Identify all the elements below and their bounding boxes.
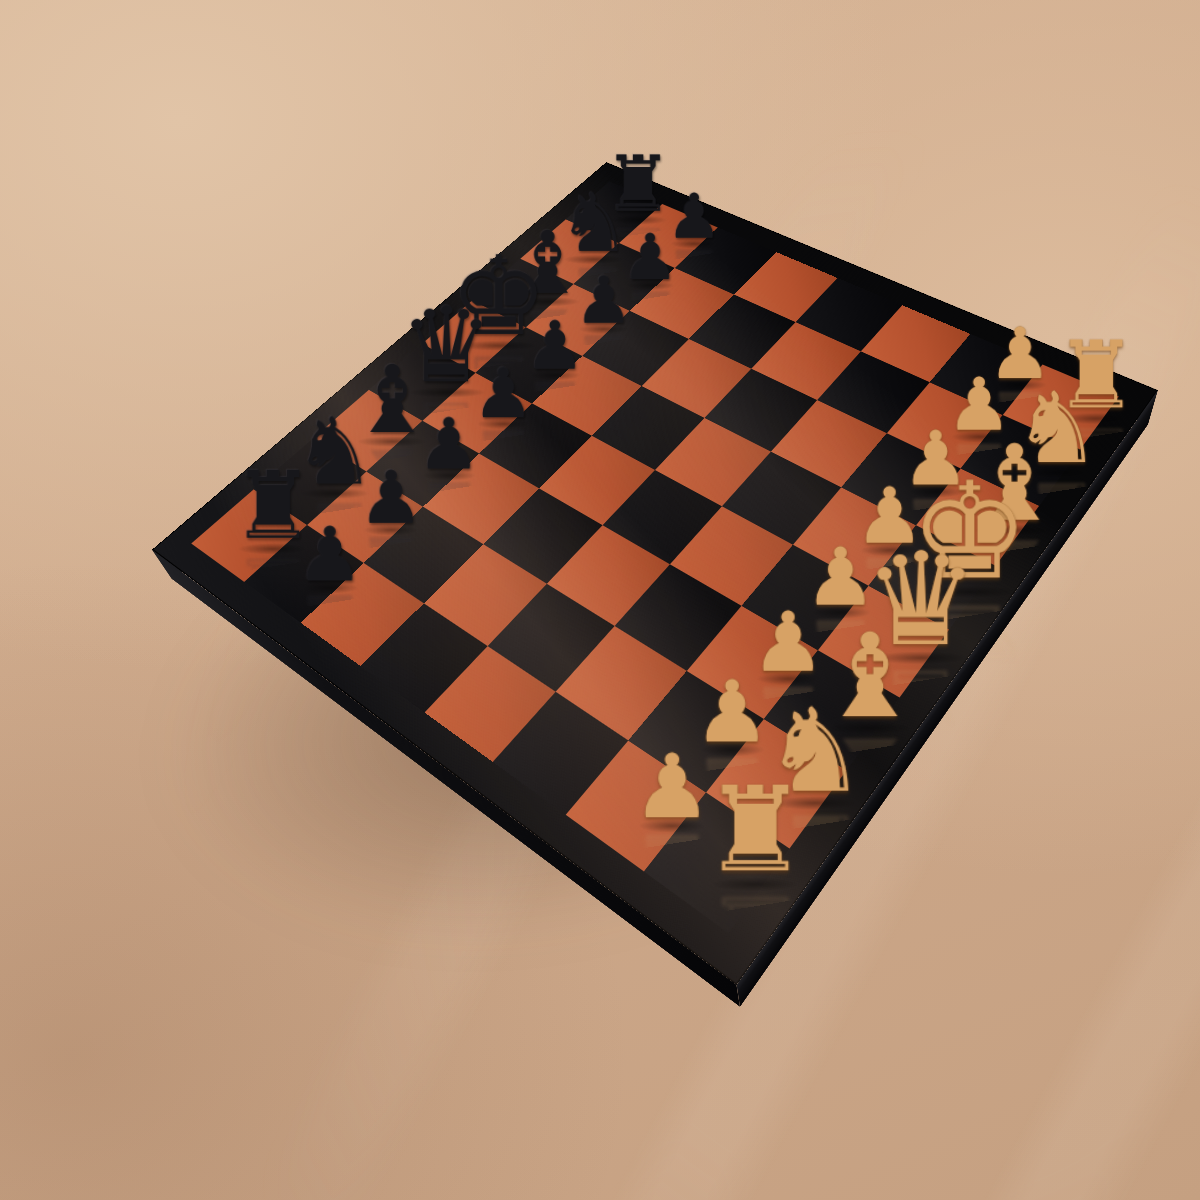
black-pawn-glyph: ♟: [472, 362, 534, 425]
piece-black-pawn[interactable]: ♟♟: [296, 520, 363, 589]
piece-black-pawn[interactable]: ♟♟: [358, 464, 423, 531]
piece-black-pawn[interactable]: ♟♟: [417, 412, 481, 477]
photo-backdrop: ♜♜♞♞♝♝♛♛♚♚♝♝♞♞♜♜♟♟♟♟♟♟♟♟♟♟♟♟♟♟♟♟♟♟♟♟♟♟♟♟…: [0, 0, 1200, 1200]
piece-white-rook[interactable]: ♜♜: [702, 778, 807, 886]
white-pawn-glyph: ♟: [632, 746, 712, 828]
chess-board[interactable]: ♜♜♞♞♝♝♛♛♚♚♝♝♞♞♜♜♟♟♟♟♟♟♟♟♟♟♟♟♟♟♟♟♟♟♟♟♟♟♟♟…: [152, 162, 1158, 985]
piece-black-pawn[interactable]: ♟♟: [472, 362, 534, 425]
black-pawn-glyph: ♟: [296, 520, 363, 589]
black-pawn-glyph: ♟: [417, 412, 481, 477]
piece-white-pawn[interactable]: ♟♟: [632, 746, 712, 828]
white-rook-glyph: ♜: [702, 778, 807, 886]
black-pawn-glyph: ♟: [358, 464, 423, 531]
square-a8[interactable]: ♜♜: [191, 489, 307, 582]
chessboard-3d: ♜♜♞♞♝♝♛♛♚♚♝♝♞♞♜♜♟♟♟♟♟♟♟♟♟♟♟♟♟♟♟♟♟♟♟♟♟♟♟♟…: [152, 162, 1158, 985]
squares: ♜♜♞♞♝♝♛♛♚♚♝♝♞♞♜♜♟♟♟♟♟♟♟♟♟♟♟♟♟♟♟♟♟♟♟♟♟♟♟♟…: [191, 182, 1118, 933]
